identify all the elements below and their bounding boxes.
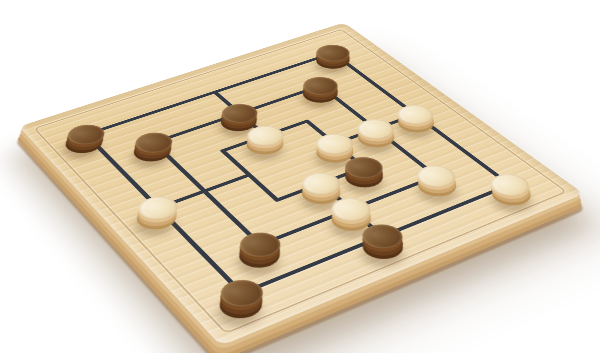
dark-piece-b2[interactable] [232, 228, 287, 262]
point-f2[interactable] [399, 156, 472, 197]
point-f6[interactable] [287, 69, 353, 103]
point-b2[interactable] [222, 222, 298, 268]
light-piece-f2[interactable] [409, 161, 462, 191]
light-piece-a4[interactable] [131, 192, 184, 223]
morris-board [19, 22, 584, 345]
spoke-south-line [318, 183, 384, 237]
point-c4[interactable] [213, 155, 284, 196]
light-piece-d2[interactable] [323, 194, 377, 226]
point-b6[interactable] [119, 124, 187, 162]
point-a1[interactable] [202, 268, 281, 319]
light-piece-d5[interactable] [240, 122, 290, 149]
light-piece-g1[interactable] [482, 170, 536, 200]
light-piece-d3[interactable] [294, 169, 347, 199]
dark-piece-b6[interactable] [129, 129, 179, 157]
dark-piece-e3[interactable] [337, 153, 389, 182]
dark-piece-g7[interactable] [309, 42, 355, 65]
board-3d-wrapper [19, 22, 584, 345]
point-g1[interactable] [472, 164, 546, 206]
point-d2[interactable] [313, 188, 388, 231]
point-d3[interactable] [284, 163, 356, 204]
dark-piece-a7[interactable] [61, 121, 110, 148]
dark-piece-d1[interactable] [354, 220, 410, 253]
dark-piece-a1[interactable] [212, 275, 270, 312]
point-c3[interactable] [240, 179, 313, 222]
points-grid [52, 38, 546, 319]
point-d1[interactable] [343, 214, 420, 260]
point-b4[interactable] [168, 170, 240, 212]
dark-piece-f6[interactable] [296, 74, 344, 99]
spoke-west-line [156, 174, 250, 210]
point-a4[interactable] [121, 187, 194, 230]
scene [0, 0, 600, 353]
light-piece-g4[interactable] [390, 102, 440, 128]
